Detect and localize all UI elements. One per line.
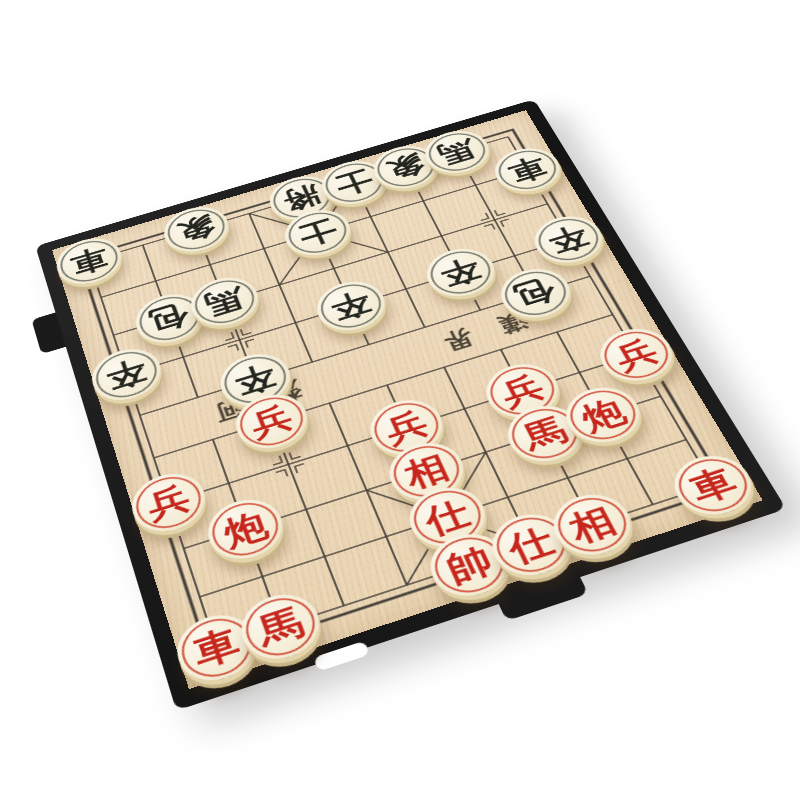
frame-foot <box>31 312 65 354</box>
product-photo: 楚河 漢界 車象將士象馬士車包馬卒卒卒卒卒包兵兵兵兵兵炮相馬炮仕車馬帥仕相車 <box>0 0 800 800</box>
board-3d-wrapper: 楚河 漢界 車象將士象馬士車包馬卒卒卒卒卒包兵兵兵兵兵炮相馬炮仕車馬帥仕相車 <box>53 112 763 691</box>
